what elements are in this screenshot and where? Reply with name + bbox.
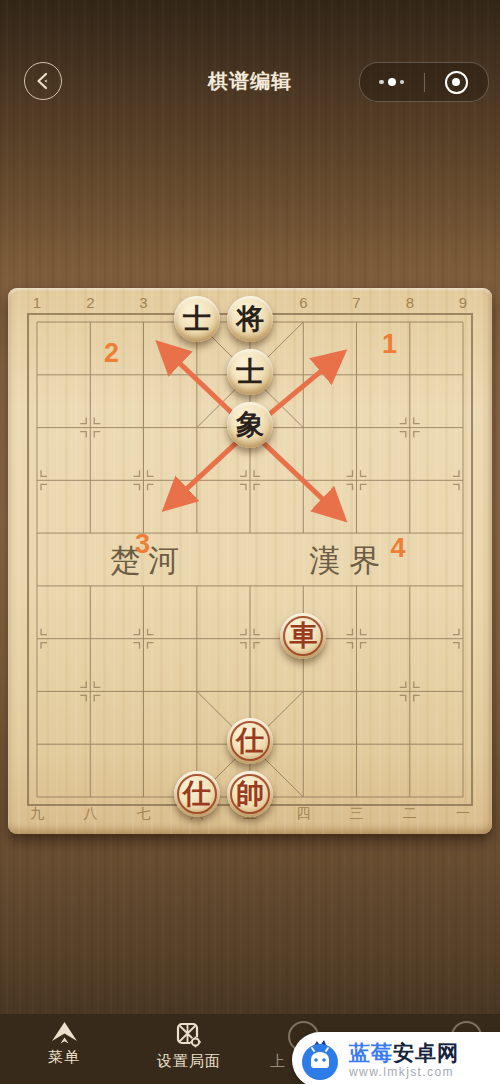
arrow-label-2: 2 — [104, 338, 119, 368]
svg-text:1: 1 — [33, 294, 41, 311]
menu-up-icon — [51, 1022, 78, 1044]
watermark: 蓝莓安卓网 www.lmkjst.com — [292, 1032, 500, 1084]
setup-label: 设置局面 — [157, 1052, 221, 1071]
svg-text:7: 7 — [352, 294, 360, 311]
arrow-label-1: 1 — [382, 329, 397, 359]
watermark-logo-icon — [299, 1039, 341, 1081]
watermark-text: 蓝莓安卓网 www.lmkjst.com — [349, 1042, 459, 1079]
svg-text:二: 二 — [403, 805, 417, 821]
svg-text:八: 八 — [83, 805, 97, 821]
piece-red[interactable]: 仕 — [227, 718, 273, 764]
svg-text:8: 8 — [406, 294, 414, 311]
watermark-url: www.lmkjst.com — [349, 1066, 459, 1079]
piece-red[interactable]: 車 — [280, 613, 326, 659]
xiangqi-board[interactable]: 12 34 56 78 9 九八 七六 五四 三二 一 楚河 漢界 1234 士… — [8, 288, 492, 834]
menu-button[interactable]: 菜单 — [36, 1022, 92, 1067]
svg-text:2: 2 — [86, 294, 94, 311]
piece-black[interactable]: 象 — [227, 402, 273, 448]
header: 棋谱编辑 — [0, 0, 500, 118]
svg-text:一: 一 — [456, 805, 470, 821]
svg-text:四: 四 — [296, 805, 310, 821]
arrow-label-4: 4 — [391, 533, 406, 563]
close-capsule-button[interactable] — [425, 71, 489, 94]
undo-label-partial: 上 — [270, 1052, 285, 1071]
river-labels: 楚河 漢界 — [110, 542, 389, 578]
target-icon — [445, 71, 468, 94]
arrow-label-3: 3 — [135, 529, 150, 559]
svg-text:三: 三 — [350, 805, 364, 821]
svg-text:6: 6 — [299, 294, 307, 311]
svg-text:七: 七 — [137, 805, 151, 821]
more-dots-icon — [379, 80, 384, 85]
more-button[interactable] — [360, 78, 424, 86]
piece-red[interactable]: 仕 — [174, 771, 220, 817]
miniprogram-capsule — [359, 62, 489, 102]
board-setup-icon — [176, 1022, 202, 1048]
svg-text:3: 3 — [139, 294, 147, 311]
svg-text:9: 9 — [459, 294, 467, 311]
piece-red[interactable]: 帥 — [227, 771, 273, 817]
piece-black[interactable]: 将 — [227, 296, 273, 342]
svg-text:九: 九 — [30, 805, 44, 821]
menu-label: 菜单 — [48, 1048, 80, 1067]
piece-black[interactable]: 士 — [174, 296, 220, 342]
piece-black[interactable]: 士 — [227, 349, 273, 395]
watermark-site-name: 蓝莓 — [349, 1041, 393, 1064]
setup-position-button[interactable]: 设置局面 — [150, 1022, 228, 1071]
screen: { "app": { "title": "棋谱编辑" }, "header": … — [0, 0, 500, 1084]
svg-text:漢界: 漢界 — [309, 542, 389, 578]
